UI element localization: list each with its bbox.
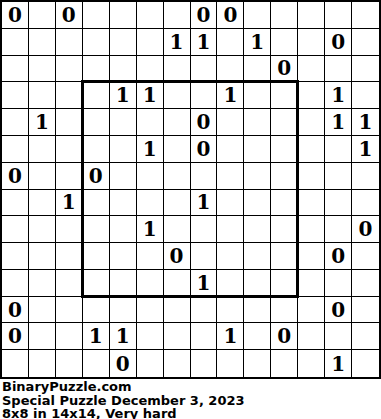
cell-r11c13[interactable]: [352, 297, 379, 324]
cell-r4c9[interactable]: [244, 109, 271, 136]
cell-r9c13[interactable]: [352, 243, 379, 270]
cell-r6c7[interactable]: [191, 163, 218, 190]
cell-r13c0[interactable]: [2, 350, 29, 377]
cell-r5c5: 1: [137, 136, 164, 163]
cell-r9c10[interactable]: [271, 243, 298, 270]
cell-r0c9[interactable]: [244, 2, 271, 29]
cell-r1c9: 1: [244, 29, 271, 56]
cell-r11c8[interactable]: [217, 297, 244, 324]
cell-r10c10[interactable]: [271, 270, 298, 297]
cell-r6c4[interactable]: [110, 163, 137, 190]
puzzle-subtitle: 8x8 in 14x14, Very hard: [2, 407, 381, 419]
cell-r2c1[interactable]: [29, 56, 56, 83]
cell-r13c13[interactable]: [352, 350, 379, 377]
cell-r3c9[interactable]: [244, 82, 271, 109]
cell-r10c9[interactable]: [244, 270, 271, 297]
cell-r11c10[interactable]: [271, 297, 298, 324]
cell-r3c7[interactable]: [191, 82, 218, 109]
cell-r1c11[interactable]: [298, 29, 325, 56]
cell-r2c2[interactable]: [56, 56, 83, 83]
cell-r9c9[interactable]: [244, 243, 271, 270]
cell-r7c5[interactable]: [137, 190, 164, 217]
puzzle-grid: 00001110011111011101001110001000111001: [2, 2, 379, 377]
cell-r2c11[interactable]: [298, 56, 325, 83]
cell-r0c13[interactable]: [352, 2, 379, 29]
cell-r1c0[interactable]: [2, 29, 29, 56]
cell-r8c13: 0: [352, 216, 379, 243]
cell-r7c7: 1: [191, 190, 218, 217]
cell-r2c8[interactable]: [217, 56, 244, 83]
cell-r4c5[interactable]: [137, 109, 164, 136]
cell-r13c8[interactable]: [217, 350, 244, 377]
cell-r10c4[interactable]: [110, 270, 137, 297]
cell-r10c13[interactable]: [352, 270, 379, 297]
cell-r7c8[interactable]: [217, 190, 244, 217]
cell-r10c11[interactable]: [298, 270, 325, 297]
cell-r8c2[interactable]: [56, 216, 83, 243]
cell-r4c13: 1: [352, 109, 379, 136]
cell-r2c12[interactable]: [325, 56, 352, 83]
cell-r6c0: 0: [2, 163, 29, 190]
cell-r8c6[interactable]: [164, 216, 191, 243]
cell-r12c11[interactable]: [298, 323, 325, 350]
cell-r9c6: 0: [164, 243, 191, 270]
cell-r1c5[interactable]: [137, 29, 164, 56]
cell-r11c9[interactable]: [244, 297, 271, 324]
cell-r3c2[interactable]: [56, 82, 83, 109]
cell-r5c3[interactable]: [83, 136, 110, 163]
cell-r4c4[interactable]: [110, 109, 137, 136]
cell-r5c8[interactable]: [217, 136, 244, 163]
cell-r11c3[interactable]: [83, 297, 110, 324]
cell-r12c9[interactable]: [244, 323, 271, 350]
cell-r6c6[interactable]: [164, 163, 191, 190]
cell-r4c8[interactable]: [217, 109, 244, 136]
cell-r11c6[interactable]: [164, 297, 191, 324]
cell-r12c10: 0: [271, 323, 298, 350]
cell-r13c9[interactable]: [244, 350, 271, 377]
cell-r13c11[interactable]: [298, 350, 325, 377]
cell-r11c0: 0: [2, 297, 29, 324]
cell-r7c0[interactable]: [2, 190, 29, 217]
cell-r1c4[interactable]: [110, 29, 137, 56]
cell-r1c3[interactable]: [83, 29, 110, 56]
cell-r12c3: 1: [83, 323, 110, 350]
cell-r5c11[interactable]: [298, 136, 325, 163]
cell-r11c11[interactable]: [298, 297, 325, 324]
cell-r10c5[interactable]: [137, 270, 164, 297]
cell-r6c11[interactable]: [298, 163, 325, 190]
cell-r1c1[interactable]: [29, 29, 56, 56]
cell-r13c10[interactable]: [271, 350, 298, 377]
cell-r9c1[interactable]: [29, 243, 56, 270]
cell-r4c12: 1: [325, 109, 352, 136]
cell-r5c10[interactable]: [271, 136, 298, 163]
cell-r6c3: 0: [83, 163, 110, 190]
cell-r13c6[interactable]: [164, 350, 191, 377]
cell-r3c11[interactable]: [298, 82, 325, 109]
cell-r0c1[interactable]: [29, 2, 56, 29]
cell-r12c13[interactable]: [352, 323, 379, 350]
cell-r6c10[interactable]: [271, 163, 298, 190]
cell-r13c3[interactable]: [83, 350, 110, 377]
cell-r12c1[interactable]: [29, 323, 56, 350]
cell-r4c11[interactable]: [298, 109, 325, 136]
cell-r0c7: 0: [191, 2, 218, 29]
cell-r1c10[interactable]: [271, 29, 298, 56]
cell-r13c4: 0: [110, 350, 137, 377]
cell-r5c13: 1: [352, 136, 379, 163]
cell-r2c10: 0: [271, 56, 298, 83]
cell-r10c2[interactable]: [56, 270, 83, 297]
cell-r11c7[interactable]: [191, 297, 218, 324]
cell-r11c12: 0: [325, 297, 352, 324]
cell-r8c9[interactable]: [244, 216, 271, 243]
cell-r0c10[interactable]: [271, 2, 298, 29]
cell-r10c8[interactable]: [217, 270, 244, 297]
cell-r1c12: 0: [325, 29, 352, 56]
cell-r8c5: 1: [137, 216, 164, 243]
cell-r7c9[interactable]: [244, 190, 271, 217]
cell-r11c2[interactable]: [56, 297, 83, 324]
cell-r6c13[interactable]: [352, 163, 379, 190]
cell-r7c2: 1: [56, 190, 83, 217]
cell-r2c6[interactable]: [164, 56, 191, 83]
cell-r13c7[interactable]: [191, 350, 218, 377]
cell-r0c8: 0: [217, 2, 244, 29]
cell-r7c6[interactable]: [164, 190, 191, 217]
cell-r2c7[interactable]: [191, 56, 218, 83]
cell-r13c12: 1: [325, 350, 352, 377]
cell-r12c6[interactable]: [164, 323, 191, 350]
cell-r9c5[interactable]: [137, 243, 164, 270]
cell-r4c3[interactable]: [83, 109, 110, 136]
cell-r8c0[interactable]: [2, 216, 29, 243]
cell-r7c3[interactable]: [83, 190, 110, 217]
cell-r7c4[interactable]: [110, 190, 137, 217]
cell-r1c7: 1: [191, 29, 218, 56]
cell-r7c11[interactable]: [298, 190, 325, 217]
cell-r10c3[interactable]: [83, 270, 110, 297]
cell-r1c8[interactable]: [217, 29, 244, 56]
cell-r12c8: 1: [217, 323, 244, 350]
cell-r4c10[interactable]: [271, 109, 298, 136]
cell-r2c13[interactable]: [352, 56, 379, 83]
cell-r12c5[interactable]: [137, 323, 164, 350]
cell-r13c2[interactable]: [56, 350, 83, 377]
cell-r3c5: 1: [137, 82, 164, 109]
cell-r5c9[interactable]: [244, 136, 271, 163]
cell-r1c13[interactable]: [352, 29, 379, 56]
cell-r1c2[interactable]: [56, 29, 83, 56]
cell-r3c0[interactable]: [2, 82, 29, 109]
cell-r5c7: 0: [191, 136, 218, 163]
cell-r3c4: 1: [110, 82, 137, 109]
cell-r3c8: 1: [217, 82, 244, 109]
cell-r5c4[interactable]: [110, 136, 137, 163]
cell-r2c9[interactable]: [244, 56, 271, 83]
cell-r2c5[interactable]: [137, 56, 164, 83]
cell-r12c0: 0: [2, 323, 29, 350]
cell-r13c1[interactable]: [29, 350, 56, 377]
cell-r13c5[interactable]: [137, 350, 164, 377]
cell-r9c11[interactable]: [298, 243, 325, 270]
cell-r9c0[interactable]: [2, 243, 29, 270]
cell-r0c3[interactable]: [83, 2, 110, 29]
cell-r5c0[interactable]: [2, 136, 29, 163]
cell-r6c5[interactable]: [137, 163, 164, 190]
cell-r12c2[interactable]: [56, 323, 83, 350]
cell-r11c4[interactable]: [110, 297, 137, 324]
puzzle-title: Special Puzzle December 3, 2023: [2, 394, 381, 408]
cell-r5c1[interactable]: [29, 136, 56, 163]
cell-r7c1[interactable]: [29, 190, 56, 217]
cell-r0c0: 0: [2, 2, 29, 29]
cell-r2c3[interactable]: [83, 56, 110, 83]
cell-r2c4[interactable]: [110, 56, 137, 83]
cell-r5c2[interactable]: [56, 136, 83, 163]
cell-r8c11[interactable]: [298, 216, 325, 243]
cell-r5c6[interactable]: [164, 136, 191, 163]
cell-r2c0[interactable]: [2, 56, 29, 83]
cell-r7c10[interactable]: [271, 190, 298, 217]
cell-r0c4[interactable]: [110, 2, 137, 29]
cell-r8c10[interactable]: [271, 216, 298, 243]
cell-r12c12[interactable]: [325, 323, 352, 350]
cell-r3c6[interactable]: [164, 82, 191, 109]
cell-r3c3[interactable]: [83, 82, 110, 109]
puzzle-board: 00001110011111011101001110001000111001: [0, 0, 381, 379]
cell-r3c10[interactable]: [271, 82, 298, 109]
cell-r11c5[interactable]: [137, 297, 164, 324]
cell-r0c2: 0: [56, 2, 83, 29]
cell-r0c6[interactable]: [164, 2, 191, 29]
caption: BinaryPuzzle.com Special Puzzle December…: [0, 379, 381, 419]
cell-r1c6: 1: [164, 29, 191, 56]
cell-r8c12[interactable]: [325, 216, 352, 243]
cell-r4c6[interactable]: [164, 109, 191, 136]
cell-r6c8[interactable]: [217, 163, 244, 190]
cell-r10c7: 1: [191, 270, 218, 297]
cell-r9c4[interactable]: [110, 243, 137, 270]
cell-r9c12: 0: [325, 243, 352, 270]
cell-r8c4[interactable]: [110, 216, 137, 243]
cell-r4c0[interactable]: [2, 109, 29, 136]
cell-r5c12[interactable]: [325, 136, 352, 163]
cell-r6c2[interactable]: [56, 163, 83, 190]
cell-r12c4: 1: [110, 323, 137, 350]
cell-r12c7[interactable]: [191, 323, 218, 350]
cell-r10c1[interactable]: [29, 270, 56, 297]
cell-r6c1[interactable]: [29, 163, 56, 190]
cell-r4c1: 1: [29, 109, 56, 136]
cell-r8c1[interactable]: [29, 216, 56, 243]
cell-r3c13[interactable]: [352, 82, 379, 109]
site-name: BinaryPuzzle.com: [2, 380, 381, 394]
cell-r9c7[interactable]: [191, 243, 218, 270]
cell-r7c12[interactable]: [325, 190, 352, 217]
cell-r3c12: 1: [325, 82, 352, 109]
cell-r10c6[interactable]: [164, 270, 191, 297]
cell-r4c7: 0: [191, 109, 218, 136]
cell-r0c11[interactable]: [298, 2, 325, 29]
cell-r4c2[interactable]: [56, 109, 83, 136]
cell-r11c1[interactable]: [29, 297, 56, 324]
cell-r10c0[interactable]: [2, 270, 29, 297]
cell-r6c9[interactable]: [244, 163, 271, 190]
cell-r8c3[interactable]: [83, 216, 110, 243]
cell-r6c12[interactable]: [325, 163, 352, 190]
cell-r9c3[interactable]: [83, 243, 110, 270]
cell-r9c2[interactable]: [56, 243, 83, 270]
cell-r9c8[interactable]: [217, 243, 244, 270]
cell-r0c12[interactable]: [325, 2, 352, 29]
cell-r10c12[interactable]: [325, 270, 352, 297]
cell-r3c1[interactable]: [29, 82, 56, 109]
cell-r0c5[interactable]: [137, 2, 164, 29]
cell-r8c7[interactable]: [191, 216, 218, 243]
cell-r7c13[interactable]: [352, 190, 379, 217]
cell-r8c8[interactable]: [217, 216, 244, 243]
